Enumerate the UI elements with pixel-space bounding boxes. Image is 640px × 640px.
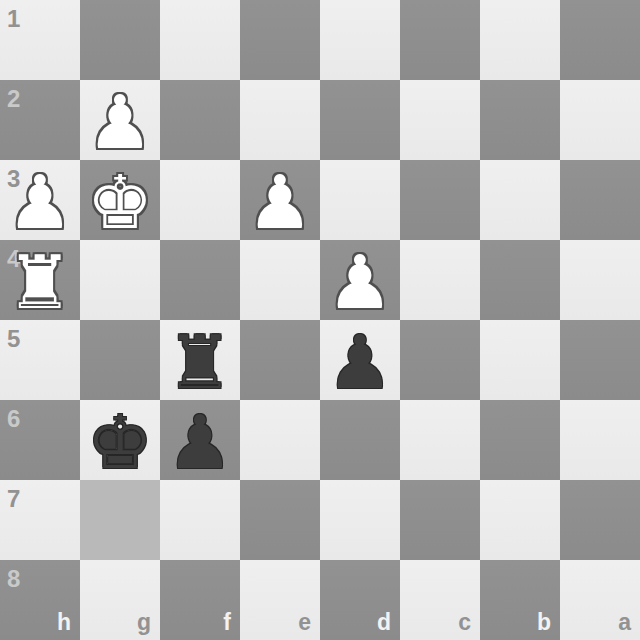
white-pawn[interactable]: ♟ — [80, 82, 160, 162]
square-c2[interactable] — [400, 80, 480, 160]
square-c5[interactable] — [400, 320, 480, 400]
rank-label-7: 7 — [7, 485, 20, 513]
square-h6[interactable]: 6 — [0, 400, 80, 480]
square-h8[interactable]: 8h — [0, 560, 80, 640]
square-d6[interactable] — [320, 400, 400, 480]
black-king[interactable]: ♚ — [80, 402, 160, 482]
square-g1[interactable] — [80, 0, 160, 80]
white-pawn[interactable]: ♟ — [0, 162, 80, 242]
square-d4[interactable]: ♟ — [320, 240, 400, 320]
square-e4[interactable] — [240, 240, 320, 320]
square-a7[interactable] — [560, 480, 640, 560]
square-b4[interactable] — [480, 240, 560, 320]
square-b5[interactable] — [480, 320, 560, 400]
white-pawn[interactable]: ♟ — [240, 162, 320, 242]
square-a6[interactable] — [560, 400, 640, 480]
square-g4[interactable] — [80, 240, 160, 320]
square-d5[interactable]: ♟ — [320, 320, 400, 400]
square-a1[interactable] — [560, 0, 640, 80]
square-b2[interactable] — [480, 80, 560, 160]
square-f2[interactable] — [160, 80, 240, 160]
square-b8[interactable]: b — [480, 560, 560, 640]
square-g6[interactable]: ♚ — [80, 400, 160, 480]
square-e7[interactable] — [240, 480, 320, 560]
black-rook[interactable]: ♜ — [160, 322, 240, 402]
square-a8[interactable]: a — [560, 560, 640, 640]
square-c4[interactable] — [400, 240, 480, 320]
square-h3[interactable]: 3♟ — [0, 160, 80, 240]
square-f8[interactable]: f — [160, 560, 240, 640]
square-e2[interactable] — [240, 80, 320, 160]
square-c8[interactable]: c — [400, 560, 480, 640]
square-e6[interactable] — [240, 400, 320, 480]
chess-board: 12♟3♟♚♟4♜♟5♜♟6♚♟78hgfedcba — [0, 0, 640, 640]
file-label-d: d — [377, 609, 391, 636]
square-g7[interactable] — [80, 480, 160, 560]
square-e3[interactable]: ♟ — [240, 160, 320, 240]
square-a5[interactable] — [560, 320, 640, 400]
white-rook[interactable]: ♜ — [0, 242, 80, 322]
square-d2[interactable] — [320, 80, 400, 160]
file-label-e: e — [298, 609, 311, 636]
square-b3[interactable] — [480, 160, 560, 240]
square-d7[interactable] — [320, 480, 400, 560]
square-f4[interactable] — [160, 240, 240, 320]
square-c6[interactable] — [400, 400, 480, 480]
square-b1[interactable] — [480, 0, 560, 80]
square-e1[interactable] — [240, 0, 320, 80]
square-h4[interactable]: 4♜ — [0, 240, 80, 320]
rank-label-2: 2 — [7, 85, 20, 113]
square-g2[interactable]: ♟ — [80, 80, 160, 160]
square-b7[interactable] — [480, 480, 560, 560]
square-a3[interactable] — [560, 160, 640, 240]
file-label-a: a — [618, 609, 631, 636]
square-e8[interactable]: e — [240, 560, 320, 640]
square-g5[interactable] — [80, 320, 160, 400]
rank-label-5: 5 — [7, 325, 20, 353]
square-g3[interactable]: ♚ — [80, 160, 160, 240]
white-king[interactable]: ♚ — [80, 162, 160, 242]
black-pawn[interactable]: ♟ — [320, 322, 400, 402]
square-d8[interactable]: d — [320, 560, 400, 640]
file-label-f: f — [223, 609, 231, 636]
black-pawn[interactable]: ♟ — [160, 402, 240, 482]
rank-label-8: 8 — [7, 565, 20, 593]
square-h2[interactable]: 2 — [0, 80, 80, 160]
square-h1[interactable]: 1 — [0, 0, 80, 80]
file-label-b: b — [537, 609, 551, 636]
rank-label-6: 6 — [7, 405, 20, 433]
square-a2[interactable] — [560, 80, 640, 160]
square-b6[interactable] — [480, 400, 560, 480]
rank-label-1: 1 — [7, 5, 20, 33]
square-f3[interactable] — [160, 160, 240, 240]
square-h7[interactable]: 7 — [0, 480, 80, 560]
square-c7[interactable] — [400, 480, 480, 560]
square-c1[interactable] — [400, 0, 480, 80]
square-d3[interactable] — [320, 160, 400, 240]
white-pawn[interactable]: ♟ — [320, 242, 400, 322]
file-label-h: h — [57, 609, 71, 636]
square-c3[interactable] — [400, 160, 480, 240]
square-g8[interactable]: g — [80, 560, 160, 640]
square-d1[interactable] — [320, 0, 400, 80]
square-a4[interactable] — [560, 240, 640, 320]
square-h5[interactable]: 5 — [0, 320, 80, 400]
square-e5[interactable] — [240, 320, 320, 400]
file-label-g: g — [137, 609, 151, 636]
file-label-c: c — [458, 609, 471, 636]
square-f7[interactable] — [160, 480, 240, 560]
square-f5[interactable]: ♜ — [160, 320, 240, 400]
square-f6[interactable]: ♟ — [160, 400, 240, 480]
square-f1[interactable] — [160, 0, 240, 80]
